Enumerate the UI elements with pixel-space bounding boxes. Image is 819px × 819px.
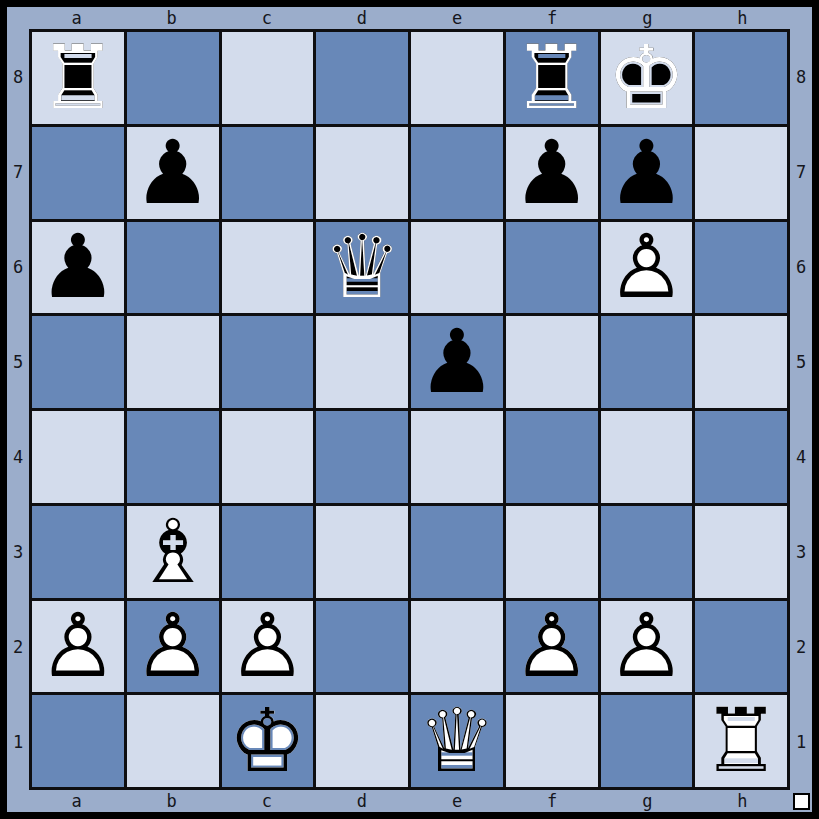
square-f8[interactable]: ♜♖ [506, 32, 598, 124]
rank-label-3: 3 [790, 505, 812, 600]
white-pawn-detail: ♙ [127, 601, 219, 693]
coordinate-band: abcdefgh 87654321 ♜♖♜♖♚♔♟♟♟♟♛♕♟♙♟♝♗♟♙♟♙♟… [7, 7, 812, 812]
rank-label-5: 5 [7, 314, 29, 409]
square-a6[interactable]: ♟ [32, 222, 124, 314]
rank-label-4: 4 [790, 410, 812, 505]
square-d6[interactable]: ♛♕ [316, 222, 408, 314]
square-c2[interactable]: ♟♙ [222, 601, 314, 693]
square-a8[interactable]: ♜♖ [32, 32, 124, 124]
square-b5[interactable] [127, 316, 219, 408]
black-pawn-glyph: ♟ [601, 127, 693, 219]
square-e5[interactable]: ♟ [411, 316, 503, 408]
file-label-a: a [29, 790, 124, 812]
square-g7[interactable]: ♟ [601, 127, 693, 219]
white-pawn[interactable]: ♟♙ [506, 601, 598, 693]
square-f4[interactable] [506, 411, 598, 503]
square-c8[interactable] [222, 32, 314, 124]
square-d4[interactable] [316, 411, 408, 503]
side-to-move-indicator [793, 793, 810, 810]
square-e6[interactable] [411, 222, 503, 314]
file-label-g: g [600, 790, 695, 812]
rank-label-5: 5 [790, 314, 812, 409]
file-label-e: e [410, 7, 505, 29]
square-g6[interactable]: ♟♙ [601, 222, 693, 314]
rank-label-1: 1 [7, 695, 29, 790]
square-e2[interactable] [411, 601, 503, 693]
square-h1[interactable]: ♜♖ [695, 695, 787, 787]
black-queen[interactable]: ♛♕ [316, 222, 408, 314]
white-bishop-detail: ♗ [127, 506, 219, 598]
chessboard-frame: abcdefgh 87654321 ♜♖♜♖♚♔♟♟♟♟♛♕♟♙♟♝♗♟♙♟♙♟… [0, 0, 819, 819]
rank-label-6: 6 [7, 219, 29, 314]
corner-bottom-right [790, 790, 812, 812]
file-label-b: b [124, 790, 219, 812]
file-label-f: f [505, 790, 600, 812]
square-c3[interactable] [222, 506, 314, 598]
file-label-h: h [695, 790, 790, 812]
black-rook-detail: ♖ [32, 32, 124, 124]
black-rook[interactable]: ♜♖ [506, 32, 598, 124]
corner-top-left [7, 7, 29, 29]
file-label-h: h [695, 7, 790, 29]
rank-label-7: 7 [790, 124, 812, 219]
black-pawn-glyph: ♟ [32, 222, 124, 314]
file-label-e: e [410, 790, 505, 812]
rank-label-6: 6 [790, 219, 812, 314]
square-b8[interactable] [127, 32, 219, 124]
rank-label-8: 8 [7, 29, 29, 124]
square-e8[interactable] [411, 32, 503, 124]
square-h6[interactable] [695, 222, 787, 314]
black-pawn[interactable]: ♟ [127, 127, 219, 219]
rank-labels-left: 87654321 [7, 29, 29, 790]
square-a5[interactable] [32, 316, 124, 408]
rank-label-3: 3 [7, 505, 29, 600]
chess-board: ♜♖♜♖♚♔♟♟♟♟♛♕♟♙♟♝♗♟♙♟♙♟♙♟♙♟♙♚♔♛♕♜♖ [29, 29, 790, 790]
square-f5[interactable] [506, 316, 598, 408]
square-h8[interactable] [695, 32, 787, 124]
square-a1[interactable] [32, 695, 124, 787]
white-pawn-detail: ♙ [32, 601, 124, 693]
square-d3[interactable] [316, 506, 408, 598]
black-pawn[interactable]: ♟ [601, 127, 693, 219]
white-king[interactable]: ♚♔ [222, 695, 314, 787]
black-rook-detail: ♖ [506, 32, 598, 124]
square-g5[interactable] [601, 316, 693, 408]
file-label-b: b [124, 7, 219, 29]
file-label-c: c [219, 7, 314, 29]
file-label-c: c [219, 790, 314, 812]
rank-label-2: 2 [790, 600, 812, 695]
white-pawn[interactable]: ♟♙ [601, 601, 693, 693]
black-pawn-glyph: ♟ [411, 316, 503, 408]
corner-top-right [790, 7, 812, 29]
square-h4[interactable] [695, 411, 787, 503]
square-d5[interactable] [316, 316, 408, 408]
black-pawn-glyph: ♟ [127, 127, 219, 219]
white-queen-detail: ♕ [411, 695, 503, 787]
square-a7[interactable] [32, 127, 124, 219]
square-a2[interactable]: ♟♙ [32, 601, 124, 693]
black-pawn[interactable]: ♟ [506, 127, 598, 219]
corner-bottom-left [7, 790, 29, 812]
square-a3[interactable] [32, 506, 124, 598]
file-label-d: d [314, 790, 409, 812]
square-e4[interactable] [411, 411, 503, 503]
white-queen[interactable]: ♛♕ [411, 695, 503, 787]
rank-label-2: 2 [7, 600, 29, 695]
square-f1[interactable] [506, 695, 598, 787]
square-b7[interactable]: ♟ [127, 127, 219, 219]
square-h2[interactable] [695, 601, 787, 693]
square-d1[interactable] [316, 695, 408, 787]
white-pawn[interactable]: ♟♙ [222, 601, 314, 693]
white-pawn-detail: ♙ [506, 601, 598, 693]
white-pawn-detail: ♙ [601, 601, 693, 693]
rank-labels-right: 87654321 [790, 29, 812, 790]
square-f6[interactable] [506, 222, 598, 314]
file-labels-bottom: abcdefgh [29, 790, 790, 812]
white-pawn[interactable]: ♟♙ [127, 601, 219, 693]
square-c4[interactable] [222, 411, 314, 503]
square-e7[interactable] [411, 127, 503, 219]
black-king[interactable]: ♚♔ [601, 32, 693, 124]
square-f2[interactable]: ♟♙ [506, 601, 598, 693]
black-king-detail: ♔ [601, 32, 693, 124]
white-pawn[interactable]: ♟♙ [601, 222, 693, 314]
square-g4[interactable] [601, 411, 693, 503]
square-b1[interactable] [127, 695, 219, 787]
file-label-d: d [314, 7, 409, 29]
square-e3[interactable] [411, 506, 503, 598]
square-b4[interactable] [127, 411, 219, 503]
white-pawn[interactable]: ♟♙ [32, 601, 124, 693]
square-g8[interactable]: ♚♔ [601, 32, 693, 124]
square-g1[interactable] [601, 695, 693, 787]
square-f3[interactable] [506, 506, 598, 598]
white-pawn-detail: ♙ [222, 601, 314, 693]
black-pawn-glyph: ♟ [506, 127, 598, 219]
square-b2[interactable]: ♟♙ [127, 601, 219, 693]
black-pawn[interactable]: ♟ [32, 222, 124, 314]
square-h5[interactable] [695, 316, 787, 408]
square-c7[interactable] [222, 127, 314, 219]
rank-label-7: 7 [7, 124, 29, 219]
square-h3[interactable] [695, 506, 787, 598]
square-e1[interactable]: ♛♕ [411, 695, 503, 787]
square-a4[interactable] [32, 411, 124, 503]
white-bishop[interactable]: ♝♗ [127, 506, 219, 598]
square-c5[interactable] [222, 316, 314, 408]
rank-label-4: 4 [7, 410, 29, 505]
black-queen-detail: ♕ [316, 222, 408, 314]
rank-label-8: 8 [790, 29, 812, 124]
square-c6[interactable] [222, 222, 314, 314]
square-b3[interactable]: ♝♗ [127, 506, 219, 598]
rank-label-1: 1 [790, 695, 812, 790]
black-pawn[interactable]: ♟ [411, 316, 503, 408]
white-rook[interactable]: ♜♖ [695, 695, 787, 787]
white-rook-detail: ♖ [695, 695, 787, 787]
white-king-detail: ♔ [222, 695, 314, 787]
square-c1[interactable]: ♚♔ [222, 695, 314, 787]
square-d7[interactable] [316, 127, 408, 219]
square-f7[interactable]: ♟ [506, 127, 598, 219]
square-d8[interactable] [316, 32, 408, 124]
black-rook[interactable]: ♜♖ [32, 32, 124, 124]
square-g2[interactable]: ♟♙ [601, 601, 693, 693]
square-b6[interactable] [127, 222, 219, 314]
square-h7[interactable] [695, 127, 787, 219]
square-d2[interactable] [316, 601, 408, 693]
white-pawn-detail: ♙ [601, 222, 693, 314]
square-g3[interactable] [601, 506, 693, 598]
